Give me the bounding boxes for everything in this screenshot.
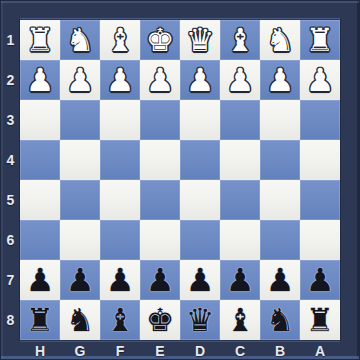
square-h8[interactable]: ♜ xyxy=(20,300,60,340)
square-e1[interactable]: ♚ xyxy=(140,20,180,60)
square-f3[interactable] xyxy=(100,100,140,140)
file-label-g: G xyxy=(60,340,100,360)
piece-white-pawn: ♟ xyxy=(186,60,215,100)
square-e6[interactable] xyxy=(140,220,180,260)
square-g2[interactable]: ♟ xyxy=(60,60,100,100)
square-a5[interactable] xyxy=(300,180,340,220)
square-b3[interactable] xyxy=(260,100,300,140)
piece-black-bishop: ♝ xyxy=(106,300,135,340)
square-a1[interactable]: ♜ xyxy=(300,20,340,60)
square-d5[interactable] xyxy=(180,180,220,220)
square-g6[interactable] xyxy=(60,220,100,260)
square-h5[interactable] xyxy=(20,180,60,220)
square-c7[interactable]: ♟ xyxy=(220,260,260,300)
rank-label-4: 4 xyxy=(1,140,20,180)
piece-black-pawn: ♟ xyxy=(266,260,295,300)
piece-white-king: ♚ xyxy=(146,20,175,60)
square-g3[interactable] xyxy=(60,100,100,140)
file-label-h: H xyxy=(20,340,60,360)
square-e2[interactable]: ♟ xyxy=(140,60,180,100)
file-label-d: D xyxy=(180,340,220,360)
piece-black-pawn: ♟ xyxy=(106,260,135,300)
square-a3[interactable] xyxy=(300,100,340,140)
square-e3[interactable] xyxy=(140,100,180,140)
square-f6[interactable] xyxy=(100,220,140,260)
piece-white-knight: ♞ xyxy=(266,20,295,60)
square-b1[interactable]: ♞ xyxy=(260,20,300,60)
piece-black-knight: ♞ xyxy=(66,300,95,340)
square-d4[interactable] xyxy=(180,140,220,180)
square-h2[interactable]: ♟ xyxy=(20,60,60,100)
piece-white-pawn: ♟ xyxy=(226,60,255,100)
square-e8[interactable]: ♚ xyxy=(140,300,180,340)
piece-white-knight: ♞ xyxy=(66,20,95,60)
piece-black-queen: ♛ xyxy=(186,300,215,340)
square-a4[interactable] xyxy=(300,140,340,180)
rank-label-7: 7 xyxy=(1,260,20,300)
square-b2[interactable]: ♟ xyxy=(260,60,300,100)
square-g5[interactable] xyxy=(60,180,100,220)
file-label-a: A xyxy=(300,340,340,360)
square-a7[interactable]: ♟ xyxy=(300,260,340,300)
piece-white-pawn: ♟ xyxy=(26,60,55,100)
piece-white-pawn: ♟ xyxy=(306,60,335,100)
square-d3[interactable] xyxy=(180,100,220,140)
square-g7[interactable]: ♟ xyxy=(60,260,100,300)
square-b6[interactable] xyxy=(260,220,300,260)
square-b7[interactable]: ♟ xyxy=(260,260,300,300)
board: ♜♞♝♚♛♝♞♜♟♟♟♟♟♟♟♟♟♟♟♟♟♟♟♟♜♞♝♚♛♝♞♜ xyxy=(20,20,340,340)
file-label-f: F xyxy=(100,340,140,360)
rank-label-2: 2 xyxy=(1,60,20,100)
square-h7[interactable]: ♟ xyxy=(20,260,60,300)
square-e4[interactable] xyxy=(140,140,180,180)
square-c5[interactable] xyxy=(220,180,260,220)
square-c2[interactable]: ♟ xyxy=(220,60,260,100)
rank-label-6: 6 xyxy=(1,220,20,260)
piece-black-bishop: ♝ xyxy=(226,300,255,340)
square-c3[interactable] xyxy=(220,100,260,140)
piece-black-pawn: ♟ xyxy=(66,260,95,300)
piece-white-bishop: ♝ xyxy=(226,20,255,60)
file-label-b: B xyxy=(260,340,300,360)
piece-black-rook: ♜ xyxy=(306,300,335,340)
square-d1[interactable]: ♛ xyxy=(180,20,220,60)
square-d8[interactable]: ♛ xyxy=(180,300,220,340)
square-a8[interactable]: ♜ xyxy=(300,300,340,340)
piece-white-pawn: ♟ xyxy=(106,60,135,100)
square-d6[interactable] xyxy=(180,220,220,260)
square-f2[interactable]: ♟ xyxy=(100,60,140,100)
piece-white-bishop: ♝ xyxy=(106,20,135,60)
square-f8[interactable]: ♝ xyxy=(100,300,140,340)
square-g8[interactable]: ♞ xyxy=(60,300,100,340)
square-h3[interactable] xyxy=(20,100,60,140)
piece-white-rook: ♜ xyxy=(306,20,335,60)
square-f1[interactable]: ♝ xyxy=(100,20,140,60)
piece-black-pawn: ♟ xyxy=(306,260,335,300)
square-h6[interactable] xyxy=(20,220,60,260)
square-c4[interactable] xyxy=(220,140,260,180)
square-d2[interactable]: ♟ xyxy=(180,60,220,100)
piece-white-queen: ♛ xyxy=(186,20,215,60)
piece-black-king: ♚ xyxy=(146,300,175,340)
square-b8[interactable]: ♞ xyxy=(260,300,300,340)
piece-white-pawn: ♟ xyxy=(66,60,95,100)
piece-white-pawn: ♟ xyxy=(266,60,295,100)
rank-label-5: 5 xyxy=(1,180,20,220)
rank-labels: 12345678 xyxy=(1,20,20,340)
rank-label-1: 1 xyxy=(1,20,20,60)
piece-black-pawn: ♟ xyxy=(186,260,215,300)
rank-label-8: 8 xyxy=(1,300,20,340)
piece-black-rook: ♜ xyxy=(26,300,55,340)
square-c8[interactable]: ♝ xyxy=(220,300,260,340)
square-f5[interactable] xyxy=(100,180,140,220)
square-h4[interactable] xyxy=(20,140,60,180)
rank-label-3: 3 xyxy=(1,100,20,140)
square-e7[interactable]: ♟ xyxy=(140,260,180,300)
square-b5[interactable] xyxy=(260,180,300,220)
file-labels: HGFEDCBA xyxy=(20,340,340,360)
square-g4[interactable] xyxy=(60,140,100,180)
square-b4[interactable] xyxy=(260,140,300,180)
piece-black-knight: ♞ xyxy=(266,300,295,340)
chess-board-frame: 12345678 ♜♞♝♚♛♝♞♜♟♟♟♟♟♟♟♟♟♟♟♟♟♟♟♟♜♞♝♚♛♝♞… xyxy=(0,0,360,360)
piece-black-pawn: ♟ xyxy=(226,260,255,300)
square-g1[interactable]: ♞ xyxy=(60,20,100,60)
piece-white-pawn: ♟ xyxy=(146,60,175,100)
square-h1[interactable]: ♜ xyxy=(20,20,60,60)
square-f4[interactable] xyxy=(100,140,140,180)
square-a2[interactable]: ♟ xyxy=(300,60,340,100)
square-a6[interactable] xyxy=(300,220,340,260)
square-c6[interactable] xyxy=(220,220,260,260)
piece-black-pawn: ♟ xyxy=(146,260,175,300)
file-label-e: E xyxy=(140,340,180,360)
square-f7[interactable]: ♟ xyxy=(100,260,140,300)
piece-white-rook: ♜ xyxy=(26,20,55,60)
square-d7[interactable]: ♟ xyxy=(180,260,220,300)
square-e5[interactable] xyxy=(140,180,180,220)
piece-black-pawn: ♟ xyxy=(26,260,55,300)
file-label-c: C xyxy=(220,340,260,360)
square-c1[interactable]: ♝ xyxy=(220,20,260,60)
